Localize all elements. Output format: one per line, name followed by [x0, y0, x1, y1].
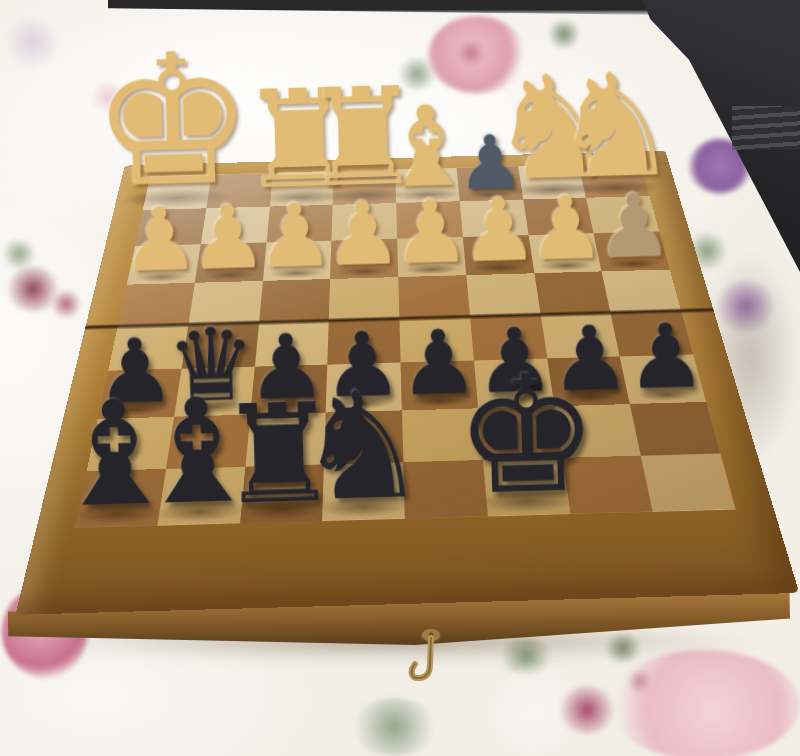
square-h3: ♟ [620, 354, 706, 404]
piece-white-pawn-h6: ♟ [594, 185, 674, 270]
square-b6: ♟ [195, 242, 266, 282]
square-h6: ♟ [594, 231, 670, 271]
square-g6: ♟ [528, 233, 602, 273]
table-scene: ♚♜♜♝♟♞♞♟♟♟♟♟♟♟♟♟♛♟♟♟♟♟♟♝♝♜♞♚ [0, 0, 800, 756]
square-d6: ♟ [330, 239, 398, 279]
square-f1: ♚ [483, 458, 571, 517]
square-c6: ♟ [263, 241, 332, 281]
chess-board: ♚♜♜♝♟♞♞♟♟♟♟♟♟♟♟♟♛♟♟♟♟♟♟♝♝♜♞♚ [15, 151, 799, 615]
board-grid: ♚♜♜♝♟♞♞♟♟♟♟♟♟♟♟♟♛♟♟♟♟♟♟♝♝♜♞♚ [74, 163, 735, 528]
piece-white-king-a8: ♚ [89, 33, 256, 209]
brass-latch-hook [405, 624, 447, 704]
square-e6: ♟ [397, 237, 466, 277]
square-c1: ♜ [240, 465, 325, 524]
piece-black-rook-c1: ♜ [217, 388, 342, 520]
square-h2 [630, 402, 720, 456]
square-f6: ♟ [463, 235, 534, 275]
photo-stage: ♚♜♜♝♟♞♞♟♟♟♟♟♟♟♟♟♛♟♟♟♟♟♟♝♝♜♞♚ [0, 0, 800, 756]
piece-black-king-f1: ♚ [452, 357, 601, 514]
square-h1 [641, 453, 736, 511]
piece-black-pawn-h3: ♟ [625, 315, 707, 402]
